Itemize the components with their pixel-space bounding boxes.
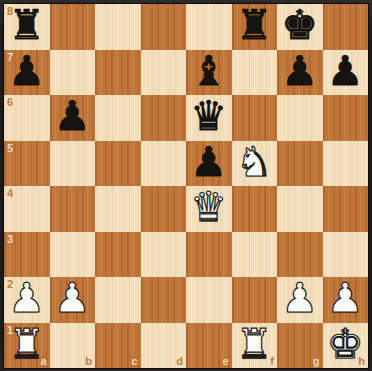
square-c4[interactable] [95,186,141,232]
square-a3[interactable]: 3 [4,232,50,278]
black-rook-a8[interactable]: ♜ [8,5,45,46]
coord-file-d: d [176,356,183,367]
square-e4[interactable]: ♛ [186,186,232,232]
square-d7[interactable] [141,50,187,96]
square-b7[interactable] [50,50,96,96]
square-h4[interactable] [323,186,369,232]
coord-rank-3: 3 [7,234,13,245]
square-c7[interactable] [95,50,141,96]
square-h1[interactable]: h♚ [323,323,369,369]
coord-rank-4: 4 [7,188,13,199]
square-b4[interactable] [50,186,96,232]
square-e7[interactable]: ♝ [186,50,232,96]
square-b8[interactable] [50,4,96,50]
square-a4[interactable]: 4 [4,186,50,232]
square-f1[interactable]: f♜ [232,323,278,369]
square-g5[interactable] [277,141,323,187]
square-g3[interactable] [277,232,323,278]
square-f7[interactable] [232,50,278,96]
coord-file-e: e [222,356,228,367]
square-d6[interactable] [141,95,187,141]
square-f6[interactable] [232,95,278,141]
black-pawn-b6[interactable]: ♟ [54,96,91,137]
white-pawn-a2[interactable]: ♟ [8,278,45,319]
square-a2[interactable]: 2♟ [4,277,50,323]
square-d1[interactable]: d [141,323,187,369]
square-e2[interactable] [186,277,232,323]
white-knight-f5[interactable]: ♞ [236,142,273,183]
square-e1[interactable]: e [186,323,232,369]
square-h8[interactable] [323,4,369,50]
white-pawn-g2[interactable]: ♟ [281,278,318,319]
black-pawn-h7[interactable]: ♟ [327,51,364,92]
square-d5[interactable] [141,141,187,187]
white-king-h1[interactable]: ♚ [327,324,364,365]
square-a6[interactable]: 6 [4,95,50,141]
square-f5[interactable]: ♞ [232,141,278,187]
square-a5[interactable]: 5 [4,141,50,187]
square-b2[interactable]: ♟ [50,277,96,323]
white-queen-e4[interactable]: ♛ [190,187,227,228]
square-e3[interactable] [186,232,232,278]
white-pawn-b2[interactable]: ♟ [54,278,91,319]
coord-file-g: g [313,356,320,367]
square-h2[interactable]: ♟ [323,277,369,323]
white-rook-f1[interactable]: ♜ [236,324,273,365]
square-c5[interactable] [95,141,141,187]
square-c6[interactable] [95,95,141,141]
square-g6[interactable] [277,95,323,141]
black-pawn-e5[interactable]: ♟ [190,142,227,183]
black-queen-e6[interactable]: ♛ [190,96,227,137]
square-a1[interactable]: 1a♜ [4,323,50,369]
square-f8[interactable]: ♜ [232,4,278,50]
square-g7[interactable]: ♟ [277,50,323,96]
square-c1[interactable]: c [95,323,141,369]
square-a7[interactable]: 7♟ [4,50,50,96]
square-b6[interactable]: ♟ [50,95,96,141]
chess-board: 8♜♜♚7♟♝♟♟6♟♛5♟♞4♛32♟♟♟♟1a♜bcdef♜gh♚ [4,4,368,368]
square-g4[interactable] [277,186,323,232]
black-pawn-a7[interactable]: ♟ [8,51,45,92]
square-d8[interactable] [141,4,187,50]
square-h5[interactable] [323,141,369,187]
white-pawn-h2[interactable]: ♟ [327,278,364,319]
square-f4[interactable] [232,186,278,232]
square-f2[interactable] [232,277,278,323]
black-pawn-g7[interactable]: ♟ [281,51,318,92]
square-e6[interactable]: ♛ [186,95,232,141]
square-c8[interactable] [95,4,141,50]
square-e5[interactable]: ♟ [186,141,232,187]
square-g2[interactable]: ♟ [277,277,323,323]
square-h7[interactable]: ♟ [323,50,369,96]
square-g1[interactable]: g [277,323,323,369]
square-c2[interactable] [95,277,141,323]
square-a8[interactable]: 8♜ [4,4,50,50]
square-c3[interactable] [95,232,141,278]
black-king-g8[interactable]: ♚ [281,5,318,46]
coord-rank-6: 6 [7,97,13,108]
square-b3[interactable] [50,232,96,278]
square-h6[interactable] [323,95,369,141]
square-d2[interactable] [141,277,187,323]
white-rook-a1[interactable]: ♜ [8,324,45,365]
coord-file-c: c [131,356,137,367]
square-f3[interactable] [232,232,278,278]
coord-file-b: b [85,356,92,367]
square-b5[interactable] [50,141,96,187]
black-bishop-e7[interactable]: ♝ [190,51,227,92]
square-h3[interactable] [323,232,369,278]
square-d4[interactable] [141,186,187,232]
square-b1[interactable]: b [50,323,96,369]
square-g8[interactable]: ♚ [277,4,323,50]
square-e8[interactable] [186,4,232,50]
square-d3[interactable] [141,232,187,278]
coord-rank-5: 5 [7,143,13,154]
black-rook-f8[interactable]: ♜ [236,5,273,46]
